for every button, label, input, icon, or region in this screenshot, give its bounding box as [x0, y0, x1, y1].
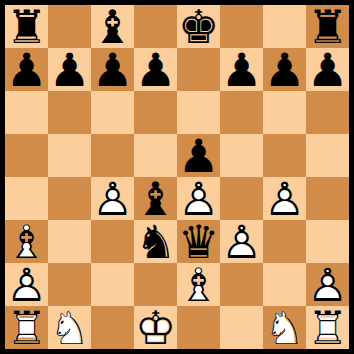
piece-black-rook[interactable]: ♜: [306, 5, 349, 48]
black-bishop-glyph-fill: ♝: [134, 177, 177, 220]
square-c3[interactable]: [91, 220, 134, 263]
square-f6[interactable]: [220, 91, 263, 134]
piece-black-bishop[interactable]: ♝: [134, 177, 177, 220]
square-f1[interactable]: [220, 306, 263, 349]
square-a1[interactable]: ♜♖: [5, 306, 48, 349]
square-e1[interactable]: [177, 306, 220, 349]
black-rook-glyph-fill: ♜: [5, 5, 48, 48]
piece-black-pawn[interactable]: ♟: [5, 48, 48, 91]
square-e4[interactable]: ♟♙: [177, 177, 220, 220]
piece-black-pawn[interactable]: ♟: [91, 48, 134, 91]
square-g4[interactable]: ♟♙: [263, 177, 306, 220]
square-d8[interactable]: [134, 5, 177, 48]
square-e3[interactable]: ♛: [177, 220, 220, 263]
piece-black-pawn[interactable]: ♟: [134, 48, 177, 91]
square-e7[interactable]: [177, 48, 220, 91]
square-e5[interactable]: ♟: [177, 134, 220, 177]
black-pawn-glyph-fill: ♟: [263, 48, 306, 91]
white-pawn-glyph-outline: ♙: [91, 177, 134, 220]
square-b7[interactable]: ♟: [48, 48, 91, 91]
square-c7[interactable]: ♟: [91, 48, 134, 91]
square-d5[interactable]: [134, 134, 177, 177]
square-a5[interactable]: [5, 134, 48, 177]
square-b2[interactable]: [48, 263, 91, 306]
square-h8[interactable]: ♜: [306, 5, 349, 48]
board-frame: ♜♝♚♜♟♟♟♟♟♟♟♟♟♙♝♟♙♟♙♝♗♞♛♟♙♟♙♝♗♟♙♜♖♞♘♚♔♞♘♜…: [0, 0, 354, 354]
square-b4[interactable]: [48, 177, 91, 220]
square-d7[interactable]: ♟: [134, 48, 177, 91]
white-knight-glyph-outline: ♘: [48, 306, 91, 349]
piece-white-pawn[interactable]: ♟♙: [306, 263, 349, 306]
square-a7[interactable]: ♟: [5, 48, 48, 91]
square-c4[interactable]: ♟♙: [91, 177, 134, 220]
black-pawn-glyph-fill: ♟: [177, 134, 220, 177]
square-d4[interactable]: ♝: [134, 177, 177, 220]
piece-white-rook[interactable]: ♜♖: [306, 306, 349, 349]
square-b1[interactable]: ♞♘: [48, 306, 91, 349]
square-b5[interactable]: [48, 134, 91, 177]
square-b6[interactable]: [48, 91, 91, 134]
white-bishop-glyph-outline: ♗: [177, 263, 220, 306]
white-knight-glyph-outline: ♘: [263, 306, 306, 349]
square-f7[interactable]: ♟: [220, 48, 263, 91]
piece-black-rook[interactable]: ♜: [5, 5, 48, 48]
square-a6[interactable]: [5, 91, 48, 134]
piece-white-pawn[interactable]: ♟♙: [91, 177, 134, 220]
square-h4[interactable]: [306, 177, 349, 220]
square-f4[interactable]: [220, 177, 263, 220]
black-rook-glyph-fill: ♜: [306, 5, 349, 48]
piece-black-pawn[interactable]: ♟: [220, 48, 263, 91]
piece-white-pawn[interactable]: ♟♙: [5, 263, 48, 306]
square-b3[interactable]: [48, 220, 91, 263]
square-d1[interactable]: ♚♔: [134, 306, 177, 349]
square-e6[interactable]: [177, 91, 220, 134]
square-f8[interactable]: [220, 5, 263, 48]
black-pawn-glyph-fill: ♟: [48, 48, 91, 91]
square-f2[interactable]: [220, 263, 263, 306]
square-h2[interactable]: ♟♙: [306, 263, 349, 306]
square-h6[interactable]: [306, 91, 349, 134]
piece-black-king[interactable]: ♚: [177, 5, 220, 48]
square-b8[interactable]: [48, 5, 91, 48]
square-h5[interactable]: [306, 134, 349, 177]
square-g8[interactable]: [263, 5, 306, 48]
white-bishop-glyph-outline: ♗: [5, 220, 48, 263]
square-h1[interactable]: ♜♖: [306, 306, 349, 349]
piece-black-knight[interactable]: ♞: [134, 220, 177, 263]
chess-board: ♜♝♚♜♟♟♟♟♟♟♟♟♟♙♝♟♙♟♙♝♗♞♛♟♙♟♙♝♗♟♙♜♖♞♘♚♔♞♘♜…: [5, 5, 349, 349]
piece-white-bishop[interactable]: ♝♗: [177, 263, 220, 306]
white-pawn-glyph-outline: ♙: [177, 177, 220, 220]
square-c6[interactable]: [91, 91, 134, 134]
white-rook-glyph-outline: ♖: [5, 306, 48, 349]
square-a3[interactable]: ♝♗: [5, 220, 48, 263]
piece-black-pawn[interactable]: ♟: [48, 48, 91, 91]
square-c5[interactable]: [91, 134, 134, 177]
square-a8[interactable]: ♜: [5, 5, 48, 48]
piece-white-pawn[interactable]: ♟♙: [220, 220, 263, 263]
square-g5[interactable]: [263, 134, 306, 177]
square-a4[interactable]: [5, 177, 48, 220]
piece-white-knight[interactable]: ♞♘: [48, 306, 91, 349]
piece-white-pawn[interactable]: ♟♙: [177, 177, 220, 220]
white-pawn-glyph-outline: ♙: [263, 177, 306, 220]
white-pawn-glyph-outline: ♙: [5, 263, 48, 306]
square-g1[interactable]: ♞♘: [263, 306, 306, 349]
black-pawn-glyph-fill: ♟: [306, 48, 349, 91]
square-h3[interactable]: [306, 220, 349, 263]
black-queen-glyph-fill: ♛: [177, 220, 220, 263]
square-e8[interactable]: ♚: [177, 5, 220, 48]
piece-black-pawn[interactable]: ♟: [263, 48, 306, 91]
black-bishop-glyph-fill: ♝: [91, 5, 134, 48]
square-g6[interactable]: [263, 91, 306, 134]
piece-white-king[interactable]: ♚♔: [134, 306, 177, 349]
square-d2[interactable]: [134, 263, 177, 306]
piece-black-queen[interactable]: ♛: [177, 220, 220, 263]
square-g2[interactable]: [263, 263, 306, 306]
piece-white-rook[interactable]: ♜♖: [5, 306, 48, 349]
square-f5[interactable]: [220, 134, 263, 177]
white-pawn-glyph-outline: ♙: [306, 263, 349, 306]
piece-white-knight[interactable]: ♞♘: [263, 306, 306, 349]
piece-white-bishop[interactable]: ♝♗: [5, 220, 48, 263]
piece-black-pawn[interactable]: ♟: [177, 134, 220, 177]
piece-white-pawn[interactable]: ♟♙: [263, 177, 306, 220]
square-d6[interactable]: [134, 91, 177, 134]
square-c1[interactable]: [91, 306, 134, 349]
square-f3[interactable]: ♟♙: [220, 220, 263, 263]
black-pawn-glyph-fill: ♟: [134, 48, 177, 91]
square-c8[interactable]: ♝: [91, 5, 134, 48]
square-g3[interactable]: [263, 220, 306, 263]
black-knight-glyph-fill: ♞: [134, 220, 177, 263]
white-rook-glyph-outline: ♖: [306, 306, 349, 349]
black-pawn-glyph-fill: ♟: [91, 48, 134, 91]
square-h7[interactable]: ♟: [306, 48, 349, 91]
black-pawn-glyph-fill: ♟: [220, 48, 263, 91]
white-king-glyph-outline: ♔: [134, 306, 177, 349]
black-pawn-glyph-fill: ♟: [5, 48, 48, 91]
square-d3[interactable]: ♞: [134, 220, 177, 263]
white-pawn-glyph-outline: ♙: [220, 220, 263, 263]
square-g7[interactable]: ♟: [263, 48, 306, 91]
piece-black-bishop[interactable]: ♝: [91, 5, 134, 48]
square-a2[interactable]: ♟♙: [5, 263, 48, 306]
square-e2[interactable]: ♝♗: [177, 263, 220, 306]
piece-black-pawn[interactable]: ♟: [306, 48, 349, 91]
black-king-glyph-fill: ♚: [177, 5, 220, 48]
square-c2[interactable]: [91, 263, 134, 306]
